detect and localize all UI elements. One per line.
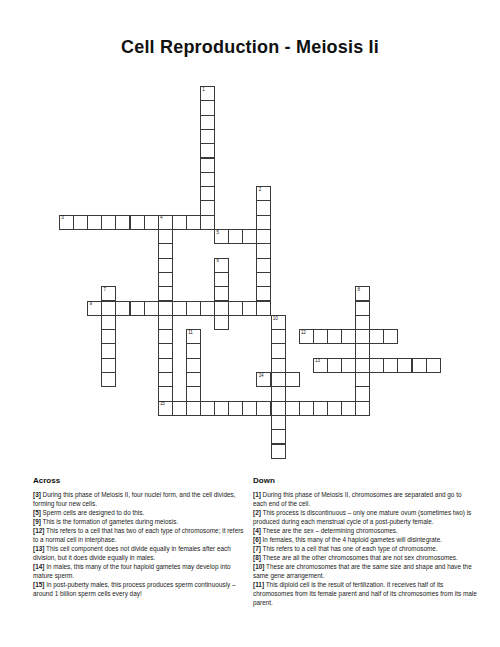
grid-cell[interactable]: [200, 129, 215, 144]
grid-cell[interactable]: [412, 358, 427, 373]
grid-cell[interactable]: [130, 215, 145, 230]
grid-cell[interactable]: [186, 215, 201, 230]
grid-cell[interactable]: 5: [214, 229, 229, 244]
grid-cell[interactable]: [73, 215, 88, 230]
grid-cell[interactable]: [158, 386, 173, 401]
grid-cell[interactable]: 15: [158, 401, 173, 416]
grid-cell[interactable]: [355, 343, 370, 358]
grid-cell[interactable]: [186, 343, 201, 358]
grid-cell[interactable]: [271, 329, 286, 344]
grid-cell[interactable]: [256, 200, 271, 215]
grid-cell[interactable]: [426, 358, 441, 373]
grid-cell[interactable]: [158, 329, 173, 344]
grid-cell[interactable]: [228, 301, 243, 316]
grid-cell[interactable]: [256, 229, 271, 244]
grid-cell[interactable]: [200, 186, 215, 201]
clue-across-14: [14] In males, this many of the four hap…: [33, 562, 246, 580]
cell-number: 15: [160, 402, 165, 407]
cell-number: 13: [315, 359, 320, 364]
grid-cell[interactable]: [327, 329, 342, 344]
clue-down-6: [6] In females, this many of the 4 haplo…: [253, 535, 477, 544]
grid-cell[interactable]: [186, 358, 201, 373]
grid-cell[interactable]: [285, 401, 300, 416]
across-clues-list: [3] During this phase of Meiosis II, fou…: [33, 490, 246, 598]
across-header: Across: [33, 476, 246, 485]
grid-cell[interactable]: [172, 301, 187, 316]
cell-number: 11: [188, 331, 192, 336]
grid-cell[interactable]: [186, 386, 201, 401]
grid-cell[interactable]: 4: [158, 215, 173, 230]
grid-cell[interactable]: [200, 401, 215, 416]
grid-cell[interactable]: [341, 329, 356, 344]
grid-cell[interactable]: [158, 301, 173, 316]
grid-cell[interactable]: [355, 401, 370, 416]
grid-cell[interactable]: [101, 301, 116, 316]
grid-cell[interactable]: [172, 215, 187, 230]
grid-cell[interactable]: [383, 329, 398, 344]
clue-number: [1]: [253, 491, 261, 498]
clue-number: [2]: [253, 509, 261, 516]
grid-cell[interactable]: [285, 372, 300, 387]
grid-cell[interactable]: 14: [256, 372, 271, 387]
grid-cell[interactable]: [228, 401, 243, 416]
grid-cell[interactable]: [101, 215, 116, 230]
clue-number: [6]: [253, 536, 261, 543]
cell-number: 3: [61, 216, 63, 221]
grid-cell[interactable]: [115, 301, 130, 316]
grid-cell[interactable]: [271, 429, 286, 444]
clue-number: [4]: [253, 527, 261, 534]
cell-number: 9: [89, 302, 91, 307]
grid-cell[interactable]: [200, 143, 215, 158]
clue-number: [15]: [33, 581, 44, 588]
page-title: Cell Reproduction - Meiosis Ii: [0, 37, 500, 58]
grid-cell[interactable]: [200, 172, 215, 187]
cell-number: 2: [259, 188, 261, 193]
grid-cell[interactable]: [256, 258, 271, 273]
grid-cell[interactable]: [158, 243, 173, 258]
grid-cell[interactable]: [200, 100, 215, 115]
grid-cell[interactable]: [341, 358, 356, 373]
cell-number: 8: [357, 288, 359, 293]
grid-cell[interactable]: [327, 358, 342, 373]
grid-cell[interactable]: [313, 329, 328, 344]
clue-down-11: [11] This diploid cell is the result of …: [253, 580, 477, 607]
grid-cell[interactable]: 6: [214, 258, 229, 273]
grid-cell[interactable]: [158, 358, 173, 373]
grid-cell[interactable]: [158, 272, 173, 287]
grid-cell[interactable]: [214, 301, 229, 316]
grid-cell[interactable]: [228, 229, 243, 244]
clue-number: [13]: [33, 545, 44, 552]
grid-cell[interactable]: [271, 358, 286, 373]
grid-cell[interactable]: [299, 401, 314, 416]
clue-down-7: [7] This refers to a cell that has one o…: [253, 544, 477, 553]
grid-cell[interactable]: [158, 286, 173, 301]
grid-cell[interactable]: [172, 401, 187, 416]
clue-number: [7]: [253, 545, 261, 552]
grid-cell[interactable]: [256, 243, 271, 258]
grid-cell[interactable]: [144, 301, 159, 316]
clue-down-4: [4] These are the sex – determining chro…: [253, 526, 477, 535]
grid-cell[interactable]: 2: [256, 186, 271, 201]
grid-cell[interactable]: [214, 315, 229, 330]
across-clues-section: Across [3] During this phase of Meiosis …: [33, 476, 246, 598]
grid-cell[interactable]: [158, 315, 173, 330]
cell-number: 7: [104, 288, 106, 293]
grid-cell[interactable]: [355, 329, 370, 344]
grid-cell[interactable]: [383, 358, 398, 373]
grid-cell[interactable]: [355, 301, 370, 316]
clue-number: [5]: [33, 509, 41, 516]
grid-cell[interactable]: 13: [313, 358, 328, 373]
grid-cell[interactable]: [158, 258, 173, 273]
grid-cell[interactable]: [158, 372, 173, 387]
clue-across-15: [15] In post-puberty males, this process…: [33, 580, 246, 598]
cell-number: 10: [273, 317, 278, 322]
grid-cell[interactable]: [355, 315, 370, 330]
cell-number: 12: [301, 331, 306, 336]
grid-cell[interactable]: [158, 343, 173, 358]
grid-cell[interactable]: [271, 372, 286, 387]
cell-number: 4: [160, 216, 162, 221]
grid-cell[interactable]: [242, 229, 257, 244]
grid-cell[interactable]: 9: [87, 301, 102, 316]
grid-cell[interactable]: [101, 315, 116, 330]
grid-cell[interactable]: 1: [200, 86, 215, 101]
grid-cell[interactable]: 11: [186, 329, 201, 344]
clue-number: [8]: [253, 554, 261, 561]
down-clues-section: Down [1] During this phase of Meiosis II…: [253, 476, 477, 607]
grid-cell[interactable]: [355, 358, 370, 373]
down-header: Down: [253, 476, 477, 485]
crossword-grid: 123456789101112131415: [59, 86, 441, 459]
grid-cell[interactable]: [101, 329, 116, 344]
cell-number: 5: [216, 231, 218, 236]
clue-down-10: [10] These are chromosomes that are the …: [253, 562, 477, 580]
clue-across-12: [12] This refers to a cell that has two …: [33, 526, 246, 544]
down-clues-list: [1] During this phase of Meiosis II, chr…: [253, 490, 477, 607]
grid-cell[interactable]: [242, 401, 257, 416]
grid-cell[interactable]: [214, 401, 229, 416]
grid-cell[interactable]: [256, 301, 271, 316]
grid-cell[interactable]: [200, 158, 215, 173]
grid-cell[interactable]: 3: [59, 215, 74, 230]
clue-across-3: [3] During this phase of Meiosis II, fou…: [33, 490, 246, 508]
clue-number: [11]: [253, 581, 264, 588]
grid-cell[interactable]: [87, 215, 102, 230]
grid-cell[interactable]: [369, 329, 384, 344]
grid-cell[interactable]: [101, 343, 116, 358]
grid-cell[interactable]: [130, 301, 145, 316]
grid-cell[interactable]: [186, 372, 201, 387]
grid-cell[interactable]: [200, 200, 215, 215]
grid-cell[interactable]: [200, 215, 215, 230]
grid-cell[interactable]: 12: [299, 329, 314, 344]
grid-cell[interactable]: [242, 301, 257, 316]
grid-cell[interactable]: [186, 401, 201, 416]
clue-across-13: [13] This cell component does not divide…: [33, 544, 246, 562]
grid-cell[interactable]: [271, 386, 286, 401]
grid-cell[interactable]: [214, 286, 229, 301]
grid-cell[interactable]: [256, 215, 271, 230]
grid-cell[interactable]: [313, 401, 328, 416]
clue-number: [12]: [33, 527, 44, 534]
clue-down-1: [1] During this phase of Meiosis II, chr…: [253, 490, 477, 508]
grid-cell[interactable]: [158, 229, 173, 244]
clue-number: [9]: [33, 518, 41, 525]
grid-cell[interactable]: [271, 444, 286, 459]
grid-cell[interactable]: [397, 358, 412, 373]
grid-cell[interactable]: [186, 301, 201, 316]
clue-down-8: [8] These are all the other chromosomes …: [253, 553, 477, 562]
grid-cell[interactable]: [115, 215, 130, 230]
grid-cell[interactable]: [101, 358, 116, 373]
grid-cell[interactable]: [256, 272, 271, 287]
grid-cell[interactable]: [214, 272, 229, 287]
clue-across-9: [9] This is the formation of gametes dur…: [33, 517, 246, 526]
grid-cell[interactable]: [355, 386, 370, 401]
grid-cell[interactable]: [271, 343, 286, 358]
clue-down-2: [2] This process is discontinuous – only…: [253, 508, 477, 526]
grid-cell[interactable]: 7: [101, 286, 116, 301]
grid-cell[interactable]: [101, 372, 116, 387]
grid-cell[interactable]: [256, 401, 271, 416]
grid-cell[interactable]: [341, 401, 356, 416]
grid-cell[interactable]: [369, 358, 384, 373]
grid-cell[interactable]: [200, 301, 215, 316]
clue-number: [3]: [33, 491, 41, 498]
clue-number: [14]: [33, 563, 44, 570]
grid-cell[interactable]: [144, 215, 159, 230]
cell-number: 14: [259, 374, 264, 379]
cell-number: 1: [202, 88, 204, 93]
grid-cell[interactable]: [271, 401, 286, 416]
grid-cell[interactable]: 8: [355, 286, 370, 301]
cell-number: 6: [216, 259, 218, 264]
grid-cell[interactable]: [327, 401, 342, 416]
grid-cell[interactable]: [256, 286, 271, 301]
clue-number: [10]: [253, 563, 264, 570]
clue-across-5: [5] Sperm cells are designed to do this.: [33, 508, 246, 517]
grid-cell[interactable]: [271, 415, 286, 430]
grid-cell[interactable]: 10: [271, 315, 286, 330]
grid-cell[interactable]: [355, 372, 370, 387]
grid-cell[interactable]: [200, 115, 215, 130]
